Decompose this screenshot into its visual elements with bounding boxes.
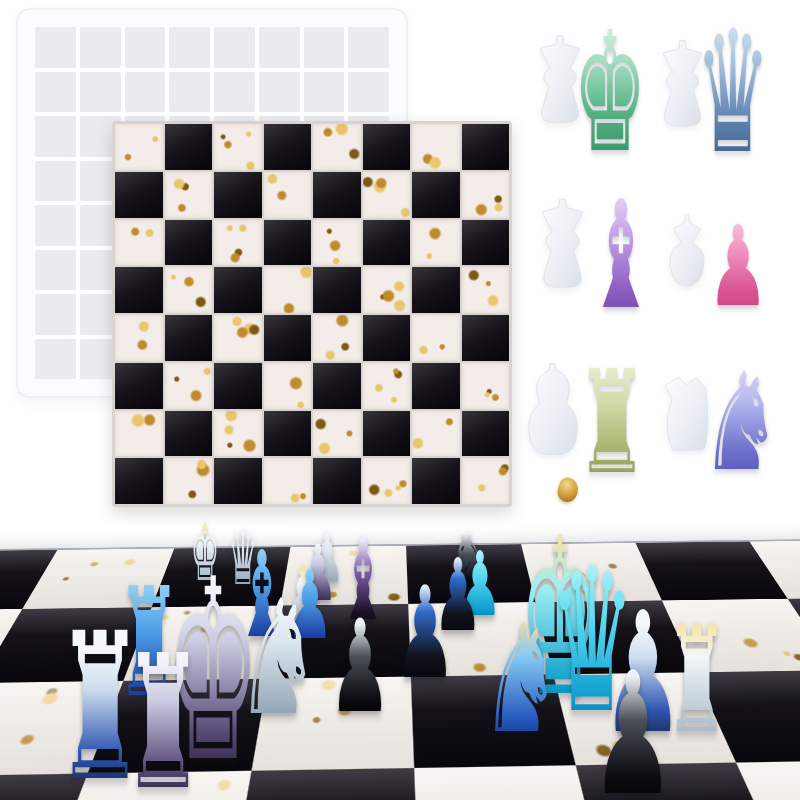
scene-piece-knight-blue-gold: ♞ — [480, 604, 561, 755]
board-square-light — [264, 267, 312, 313]
mold-cell — [214, 72, 255, 113]
mold-cell — [125, 27, 166, 68]
board-square-light — [313, 411, 361, 457]
board-square-dark — [165, 220, 213, 266]
board-square-light — [115, 220, 163, 266]
pawn-silicone-mold — [664, 200, 710, 302]
board-square-dark — [165, 124, 213, 170]
board-square-light — [264, 172, 312, 218]
board-square-light — [412, 411, 460, 457]
scene-piece-pawn-black-blue: ♟ — [394, 570, 457, 697]
board-square-light — [264, 363, 312, 409]
resin-king-piece-green: ♚ — [573, 10, 647, 176]
board-square-light — [214, 411, 262, 457]
board-square-dark — [412, 458, 460, 504]
mold-cell — [259, 27, 300, 68]
board-square-dark — [363, 124, 411, 170]
board-square-dark — [412, 363, 460, 409]
board-square-dark — [412, 267, 460, 313]
scene-piece-rook-clear-purple: ♜ — [123, 631, 203, 800]
board-square-dark — [313, 267, 361, 313]
board-square-dark — [313, 363, 361, 409]
scene-piece-rook-clear-gold: ♜ — [666, 607, 729, 753]
board-square-dark — [264, 124, 312, 170]
board-square-light — [462, 267, 510, 313]
mold-cell — [259, 72, 300, 113]
product-photo-stage: ♚♛♟♞♟♟♝♟♟♝♟♟♚♜♛♞♟♟♜♞♚♜♜♟ ♚♛♝♟♜♞ — [0, 0, 800, 800]
board-square-dark — [115, 458, 163, 504]
board-square-dark — [313, 458, 361, 504]
board-square-light — [313, 315, 361, 361]
resin-rook-piece-olive: ♜ — [576, 351, 648, 494]
board-square-dark — [214, 172, 262, 218]
resin-pawn-piece-pink: ♟ — [707, 211, 769, 322]
board-square-dark — [214, 363, 262, 409]
board-square-dark — [214, 267, 262, 313]
mold-cell — [35, 339, 76, 380]
scene-piece-pawn-black-clear: ♟ — [591, 649, 675, 800]
board-square-dark — [115, 172, 163, 218]
board-square-light — [165, 363, 213, 409]
board-square-dark — [214, 458, 262, 504]
board-square-dark — [462, 315, 510, 361]
mold-cell — [35, 294, 76, 335]
mold-cell — [35, 250, 76, 291]
board-square-light — [115, 315, 163, 361]
mold-cell — [35, 161, 76, 202]
mold-cell — [80, 27, 121, 68]
board-square-light — [165, 267, 213, 313]
board-square-light — [462, 172, 510, 218]
mold-cell — [169, 72, 210, 113]
mold-cell — [169, 27, 210, 68]
mold-cell — [304, 27, 345, 68]
board-square-light — [363, 363, 411, 409]
board-square-dark — [165, 315, 213, 361]
mold-cell — [80, 72, 121, 113]
board-square-dark — [462, 411, 510, 457]
board-square-dark — [363, 411, 411, 457]
mold-cell — [348, 72, 389, 113]
board-square-dark — [264, 315, 312, 361]
mold-cell — [348, 27, 389, 68]
mold-cell — [304, 72, 345, 113]
board-square-light — [313, 124, 361, 170]
board-square-dark — [363, 220, 411, 266]
board-square-dark — [462, 124, 510, 170]
board-square-light — [115, 411, 163, 457]
board-square-light — [412, 124, 460, 170]
mold-cell — [214, 27, 255, 68]
board-square-dark — [264, 411, 312, 457]
board-square-light — [363, 458, 411, 504]
resin-knight-piece-violet: ♞ — [700, 355, 782, 490]
resin-queen-piece-blue: ♛ — [695, 8, 771, 177]
board-square-light — [462, 363, 510, 409]
board-square-dark — [165, 411, 213, 457]
board-square-light — [313, 220, 361, 266]
board-square-dark — [462, 220, 510, 266]
board-square-dark — [363, 315, 411, 361]
board-square-dark — [412, 172, 460, 218]
board-square-dark — [264, 220, 312, 266]
board-square-light — [462, 458, 510, 504]
board-square-light — [165, 458, 213, 504]
mold-cell — [35, 116, 76, 157]
resin-chess-board — [112, 121, 512, 507]
board-square-light — [214, 220, 262, 266]
mold-cell — [35, 27, 76, 68]
bishop-silicone-mold — [535, 186, 590, 302]
board-square-light — [214, 124, 262, 170]
mold-cell — [35, 72, 76, 113]
board-square-dark — [115, 267, 163, 313]
board-square-light — [115, 124, 163, 170]
board-square-light — [363, 267, 411, 313]
board-square-light — [264, 458, 312, 504]
board-square-dark — [313, 172, 361, 218]
resin-bishop-piece-purple: ♝ — [586, 181, 655, 330]
board-square-light — [412, 220, 460, 266]
mold-cell — [35, 205, 76, 246]
scene-piece-pawn-black-clear: ♟ — [328, 603, 391, 731]
mold-cell — [125, 72, 166, 113]
board-square-light — [412, 315, 460, 361]
board-square-dark — [115, 363, 163, 409]
board-square-light — [165, 172, 213, 218]
board-square-light — [214, 315, 262, 361]
board-square-light — [363, 172, 411, 218]
rook-silicone-mold — [524, 356, 582, 464]
